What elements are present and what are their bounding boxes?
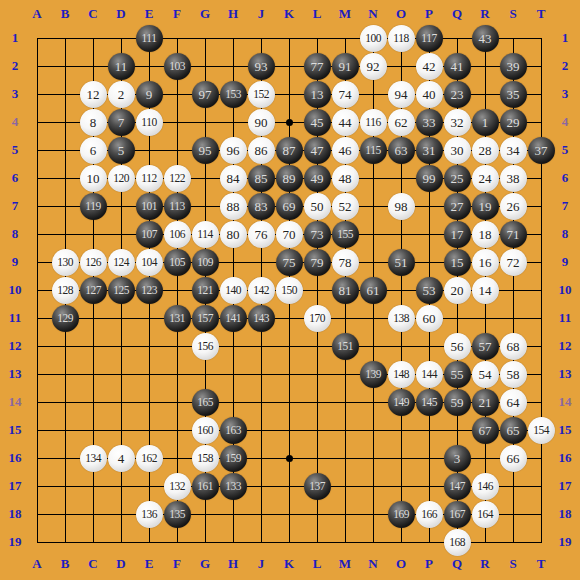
stone-black-37-T5: 37 xyxy=(528,137,555,164)
row-label-left-7: 7 xyxy=(1,198,29,214)
stone-white-152-J3: 152 xyxy=(248,81,275,108)
stone-black-99-P6: 99 xyxy=(416,165,443,192)
stone-black-101-E7: 101 xyxy=(136,193,163,220)
row-label-right-15: 15 xyxy=(551,422,579,438)
stone-black-81-M10: 81 xyxy=(332,277,359,304)
stone-white-48-M6: 48 xyxy=(332,165,359,192)
stone-black-7-D4: 7 xyxy=(108,109,135,136)
stone-black-141-H11: 141 xyxy=(220,305,247,332)
col-label-top-B: B xyxy=(51,6,79,22)
stone-white-56-Q12: 56 xyxy=(444,333,471,360)
stone-black-139-N13: 139 xyxy=(360,361,387,388)
stone-black-13-L3: 13 xyxy=(304,81,331,108)
stone-white-20-Q10: 20 xyxy=(444,277,471,304)
stone-white-42-P2: 42 xyxy=(416,53,443,80)
stone-white-38-S6: 38 xyxy=(500,165,527,192)
stone-black-119-C7: 119 xyxy=(80,193,107,220)
stone-black-85-J6: 85 xyxy=(248,165,275,192)
row-label-right-2: 2 xyxy=(551,58,579,74)
stone-black-51-O9: 51 xyxy=(388,249,415,276)
stone-white-14-R10: 14 xyxy=(472,277,499,304)
stone-white-160-G15: 160 xyxy=(192,417,219,444)
stone-white-158-G16: 158 xyxy=(192,445,219,472)
stone-black-95-G5: 95 xyxy=(192,137,219,164)
stone-black-93-J2: 93 xyxy=(248,53,275,80)
stone-black-89-K6: 89 xyxy=(276,165,303,192)
col-label-bottom-J: J xyxy=(247,556,275,572)
row-label-left-2: 2 xyxy=(1,58,29,74)
stone-white-88-H7: 88 xyxy=(220,193,247,220)
stone-black-71-S8: 71 xyxy=(500,221,527,248)
stone-white-54-R13: 54 xyxy=(472,361,499,388)
row-label-left-1: 1 xyxy=(1,30,29,46)
stone-black-161-G17: 161 xyxy=(192,473,219,500)
stone-black-131-F11: 131 xyxy=(164,305,191,332)
stone-black-137-L17: 137 xyxy=(304,473,331,500)
col-label-top-K: K xyxy=(275,6,303,22)
stone-black-167-Q18: 167 xyxy=(444,501,471,528)
stone-black-5-D5: 5 xyxy=(108,137,135,164)
row-label-left-12: 12 xyxy=(1,338,29,354)
stone-white-168-Q19: 168 xyxy=(444,529,471,556)
stone-white-164-R18: 164 xyxy=(472,501,499,528)
row-label-right-10: 10 xyxy=(551,282,579,298)
stone-white-156-G12: 156 xyxy=(192,333,219,360)
row-label-right-12: 12 xyxy=(551,338,579,354)
stone-black-73-L8: 73 xyxy=(304,221,331,248)
stone-white-122-F6: 122 xyxy=(164,165,191,192)
col-label-bottom-L: L xyxy=(303,556,331,572)
col-label-bottom-C: C xyxy=(79,556,107,572)
col-label-top-R: R xyxy=(471,6,499,22)
row-label-right-5: 5 xyxy=(551,142,579,158)
row-label-right-16: 16 xyxy=(551,450,579,466)
stone-white-74-M3: 74 xyxy=(332,81,359,108)
star-point-K4 xyxy=(286,119,293,126)
stone-white-170-L11: 170 xyxy=(304,305,331,332)
stone-black-135-F18: 135 xyxy=(164,501,191,528)
col-label-top-P: P xyxy=(415,6,443,22)
stone-black-113-F7: 113 xyxy=(164,193,191,220)
stone-white-148-O13: 148 xyxy=(388,361,415,388)
row-label-left-18: 18 xyxy=(1,506,29,522)
stone-black-53-P10: 53 xyxy=(416,277,443,304)
stone-white-80-H8: 80 xyxy=(220,221,247,248)
row-label-left-5: 5 xyxy=(1,142,29,158)
stone-black-103-F2: 103 xyxy=(164,53,191,80)
stone-white-72-S9: 72 xyxy=(500,249,527,276)
stone-white-150-K10: 150 xyxy=(276,277,303,304)
stone-black-133-H17: 133 xyxy=(220,473,247,500)
stone-black-69-K7: 69 xyxy=(276,193,303,220)
stone-white-86-J5: 86 xyxy=(248,137,275,164)
stone-black-109-G9: 109 xyxy=(192,249,219,276)
col-label-bottom-P: P xyxy=(415,556,443,572)
stone-white-30-Q5: 30 xyxy=(444,137,471,164)
stone-black-125-D10: 125 xyxy=(108,277,135,304)
stone-black-129-B11: 129 xyxy=(52,305,79,332)
stone-black-11-D2: 11 xyxy=(108,53,135,80)
stone-white-44-M4: 44 xyxy=(332,109,359,136)
stone-black-159-H16: 159 xyxy=(220,445,247,472)
stone-black-127-C10: 127 xyxy=(80,277,107,304)
stone-black-61-N10: 61 xyxy=(360,277,387,304)
col-label-top-H: H xyxy=(219,6,247,22)
stone-white-70-K8: 70 xyxy=(276,221,303,248)
row-label-right-11: 11 xyxy=(551,310,579,326)
star-point-K16 xyxy=(286,455,293,462)
stone-white-28-R5: 28 xyxy=(472,137,499,164)
stone-white-128-B10: 128 xyxy=(52,277,79,304)
stone-black-31-P5: 31 xyxy=(416,137,443,164)
stone-white-12-C3: 12 xyxy=(80,81,107,108)
col-label-bottom-E: E xyxy=(135,556,163,572)
stone-black-155-M8: 155 xyxy=(332,221,359,248)
col-label-top-A: A xyxy=(23,6,51,22)
row-label-right-19: 19 xyxy=(551,534,579,550)
stone-white-116-N4: 116 xyxy=(360,109,387,136)
row-label-left-15: 15 xyxy=(1,422,29,438)
stone-black-59-Q14: 59 xyxy=(444,389,471,416)
stone-white-78-M9: 78 xyxy=(332,249,359,276)
stone-white-94-O3: 94 xyxy=(388,81,415,108)
row-label-right-9: 9 xyxy=(551,254,579,270)
stone-white-98-O7: 98 xyxy=(388,193,415,220)
stone-white-66-S16: 66 xyxy=(500,445,527,472)
row-label-left-17: 17 xyxy=(1,478,29,494)
stone-black-143-J11: 143 xyxy=(248,305,275,332)
stone-black-35-S3: 35 xyxy=(500,81,527,108)
stone-white-60-P11: 60 xyxy=(416,305,443,332)
stone-white-6-C5: 6 xyxy=(80,137,107,164)
stone-black-115-N5: 115 xyxy=(360,137,387,164)
col-label-bottom-F: F xyxy=(163,556,191,572)
stone-white-144-P13: 144 xyxy=(416,361,443,388)
row-label-left-9: 9 xyxy=(1,254,29,270)
row-label-right-17: 17 xyxy=(551,478,579,494)
col-label-top-D: D xyxy=(107,6,135,22)
col-label-bottom-M: M xyxy=(331,556,359,572)
stone-black-157-G11: 157 xyxy=(192,305,219,332)
stone-white-52-M7: 52 xyxy=(332,193,359,220)
stone-white-68-S12: 68 xyxy=(500,333,527,360)
stone-black-45-L4: 45 xyxy=(304,109,331,136)
go-board: AABBCCDDEEFFGGHHJJKKLLMMNNOOPPQQRRSSTT11… xyxy=(0,0,580,580)
row-label-left-6: 6 xyxy=(1,170,29,186)
stone-white-18-R8: 18 xyxy=(472,221,499,248)
stone-black-67-R15: 67 xyxy=(472,417,499,444)
stone-white-106-F8: 106 xyxy=(164,221,191,248)
stone-black-21-R14: 21 xyxy=(472,389,499,416)
col-label-bottom-O: O xyxy=(387,556,415,572)
stone-black-123-E10: 123 xyxy=(136,277,163,304)
stone-black-25-Q6: 25 xyxy=(444,165,471,192)
row-label-right-18: 18 xyxy=(551,506,579,522)
stone-white-130-B9: 130 xyxy=(52,249,79,276)
col-label-bottom-S: S xyxy=(499,556,527,572)
row-label-left-13: 13 xyxy=(1,366,29,382)
stone-white-4-D16: 4 xyxy=(108,445,135,472)
stone-black-65-S15: 65 xyxy=(500,417,527,444)
stone-black-87-K5: 87 xyxy=(276,137,303,164)
stone-black-29-S4: 29 xyxy=(500,109,527,136)
stone-white-146-R17: 146 xyxy=(472,473,499,500)
stone-black-169-O18: 169 xyxy=(388,501,415,528)
stone-white-92-N2: 92 xyxy=(360,53,387,80)
stone-white-46-M5: 46 xyxy=(332,137,359,164)
stone-white-126-C9: 126 xyxy=(80,249,107,276)
stone-black-83-J7: 83 xyxy=(248,193,275,220)
col-label-bottom-A: A xyxy=(23,556,51,572)
stone-black-57-R12: 57 xyxy=(472,333,499,360)
stone-white-40-P3: 40 xyxy=(416,81,443,108)
row-label-left-10: 10 xyxy=(1,282,29,298)
stone-black-55-Q13: 55 xyxy=(444,361,471,388)
col-label-top-G: G xyxy=(191,6,219,22)
stone-black-3-Q16: 3 xyxy=(444,445,471,472)
stone-white-16-R9: 16 xyxy=(472,249,499,276)
stone-black-105-F9: 105 xyxy=(164,249,191,276)
row-label-left-3: 3 xyxy=(1,86,29,102)
stone-black-107-E8: 107 xyxy=(136,221,163,248)
stone-black-163-H15: 163 xyxy=(220,417,247,444)
stone-white-118-O1: 118 xyxy=(388,25,415,52)
stone-white-84-H6: 84 xyxy=(220,165,247,192)
col-label-top-M: M xyxy=(331,6,359,22)
row-label-right-4: 4 xyxy=(551,114,579,130)
stone-white-114-G8: 114 xyxy=(192,221,219,248)
stone-white-24-R6: 24 xyxy=(472,165,499,192)
row-label-left-8: 8 xyxy=(1,226,29,242)
stone-white-154-T15: 154 xyxy=(528,417,555,444)
stone-black-39-S2: 39 xyxy=(500,53,527,80)
stone-white-96-H5: 96 xyxy=(220,137,247,164)
stone-black-63-O5: 63 xyxy=(388,137,415,164)
row-label-right-8: 8 xyxy=(551,226,579,242)
col-label-top-E: E xyxy=(135,6,163,22)
row-label-left-14: 14 xyxy=(1,394,29,410)
col-label-top-J: J xyxy=(247,6,275,22)
stone-black-121-G10: 121 xyxy=(192,277,219,304)
row-label-left-19: 19 xyxy=(1,534,29,550)
stone-white-124-D9: 124 xyxy=(108,249,135,276)
stone-black-165-G14: 165 xyxy=(192,389,219,416)
stone-white-2-D3: 2 xyxy=(108,81,135,108)
col-label-bottom-D: D xyxy=(107,556,135,572)
stone-white-166-P18: 166 xyxy=(416,501,443,528)
stone-white-138-O11: 138 xyxy=(388,305,415,332)
stone-white-162-E16: 162 xyxy=(136,445,163,472)
col-label-bottom-K: K xyxy=(275,556,303,572)
stone-black-43-R1: 43 xyxy=(472,25,499,52)
col-label-top-Q: Q xyxy=(443,6,471,22)
stone-black-147-Q17: 147 xyxy=(444,473,471,500)
stone-white-140-H10: 140 xyxy=(220,277,247,304)
row-label-right-1: 1 xyxy=(551,30,579,46)
col-label-top-F: F xyxy=(163,6,191,22)
row-label-right-7: 7 xyxy=(551,198,579,214)
stone-black-19-R7: 19 xyxy=(472,193,499,220)
col-label-bottom-B: B xyxy=(51,556,79,572)
row-label-right-14: 14 xyxy=(551,394,579,410)
stone-white-10-C6: 10 xyxy=(80,165,107,192)
stone-black-33-P4: 33 xyxy=(416,109,443,136)
col-label-bottom-T: T xyxy=(527,556,555,572)
stone-black-149-O14: 149 xyxy=(388,389,415,416)
stone-black-79-L9: 79 xyxy=(304,249,331,276)
row-label-left-11: 11 xyxy=(1,310,29,326)
stone-white-104-E9: 104 xyxy=(136,249,163,276)
stone-white-120-D6: 120 xyxy=(108,165,135,192)
stone-white-64-S14: 64 xyxy=(500,389,527,416)
stone-black-9-E3: 9 xyxy=(136,81,163,108)
col-label-bottom-H: H xyxy=(219,556,247,572)
col-label-top-L: L xyxy=(303,6,331,22)
stone-white-110-E4: 110 xyxy=(136,109,163,136)
col-label-top-T: T xyxy=(527,6,555,22)
stone-white-112-E6: 112 xyxy=(136,165,163,192)
stone-black-1-R4: 1 xyxy=(472,109,499,136)
stone-black-111-E1: 111 xyxy=(136,25,163,52)
stone-white-100-N1: 100 xyxy=(360,25,387,52)
stone-white-50-L7: 50 xyxy=(304,193,331,220)
stone-black-17-Q8: 17 xyxy=(444,221,471,248)
stone-black-15-Q9: 15 xyxy=(444,249,471,276)
stone-white-90-J4: 90 xyxy=(248,109,275,136)
col-label-top-S: S xyxy=(499,6,527,22)
stone-black-75-K9: 75 xyxy=(276,249,303,276)
row-label-left-16: 16 xyxy=(1,450,29,466)
row-label-right-13: 13 xyxy=(551,366,579,382)
col-label-bottom-G: G xyxy=(191,556,219,572)
stone-black-27-Q7: 27 xyxy=(444,193,471,220)
stone-black-49-L6: 49 xyxy=(304,165,331,192)
stone-white-136-E18: 136 xyxy=(136,501,163,528)
stone-black-41-Q2: 41 xyxy=(444,53,471,80)
stone-white-76-J8: 76 xyxy=(248,221,275,248)
stone-white-142-J10: 142 xyxy=(248,277,275,304)
col-label-bottom-N: N xyxy=(359,556,387,572)
row-label-right-3: 3 xyxy=(551,86,579,102)
stone-black-145-P14: 145 xyxy=(416,389,443,416)
stone-white-62-O4: 62 xyxy=(388,109,415,136)
stone-black-47-L5: 47 xyxy=(304,137,331,164)
stone-black-151-M12: 151 xyxy=(332,333,359,360)
col-label-top-C: C xyxy=(79,6,107,22)
stone-black-153-H3: 153 xyxy=(220,81,247,108)
row-label-left-4: 4 xyxy=(1,114,29,130)
stone-white-8-C4: 8 xyxy=(80,109,107,136)
col-label-top-O: O xyxy=(387,6,415,22)
stone-black-77-L2: 77 xyxy=(304,53,331,80)
stone-white-58-S13: 58 xyxy=(500,361,527,388)
stone-black-91-M2: 91 xyxy=(332,53,359,80)
stone-white-34-S5: 34 xyxy=(500,137,527,164)
stone-white-134-C16: 134 xyxy=(80,445,107,472)
stone-black-117-P1: 117 xyxy=(416,25,443,52)
stone-white-132-F17: 132 xyxy=(164,473,191,500)
col-label-top-N: N xyxy=(359,6,387,22)
row-label-right-6: 6 xyxy=(551,170,579,186)
col-label-bottom-Q: Q xyxy=(443,556,471,572)
stone-black-23-Q3: 23 xyxy=(444,81,471,108)
stone-white-26-S7: 26 xyxy=(500,193,527,220)
stone-white-32-Q4: 32 xyxy=(444,109,471,136)
col-label-bottom-R: R xyxy=(471,556,499,572)
stone-black-97-G3: 97 xyxy=(192,81,219,108)
